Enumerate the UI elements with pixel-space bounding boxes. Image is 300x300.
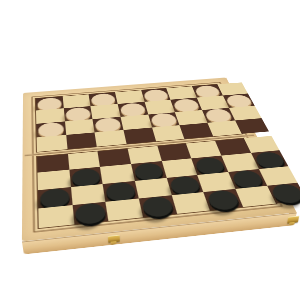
square-c1 (106, 198, 143, 221)
square-d5[interactable] (123, 127, 155, 144)
brass-clasp-left-icon[interactable] (108, 235, 120, 243)
light-piece[interactable]: ● (63, 106, 92, 121)
square-h5[interactable] (235, 118, 270, 134)
brass-clasp-right-icon[interactable] (287, 216, 299, 224)
square-c5 (95, 130, 127, 147)
square-a5 (37, 135, 68, 152)
light-piece[interactable]: ● (93, 116, 124, 132)
black-piece[interactable]: ● (228, 168, 266, 188)
square-c2[interactable]: ● (103, 181, 139, 202)
board-tilt-wrapper: ●●●●●●●●●●●● ●●●●●●●●●●●● (22, 77, 297, 241)
light-piece[interactable]: ● (118, 101, 148, 115)
photo-scene: ●●●●●●●●●●●● ●●●●●●●●●●●● (0, 0, 300, 300)
light-piece[interactable]: ● (36, 120, 66, 136)
